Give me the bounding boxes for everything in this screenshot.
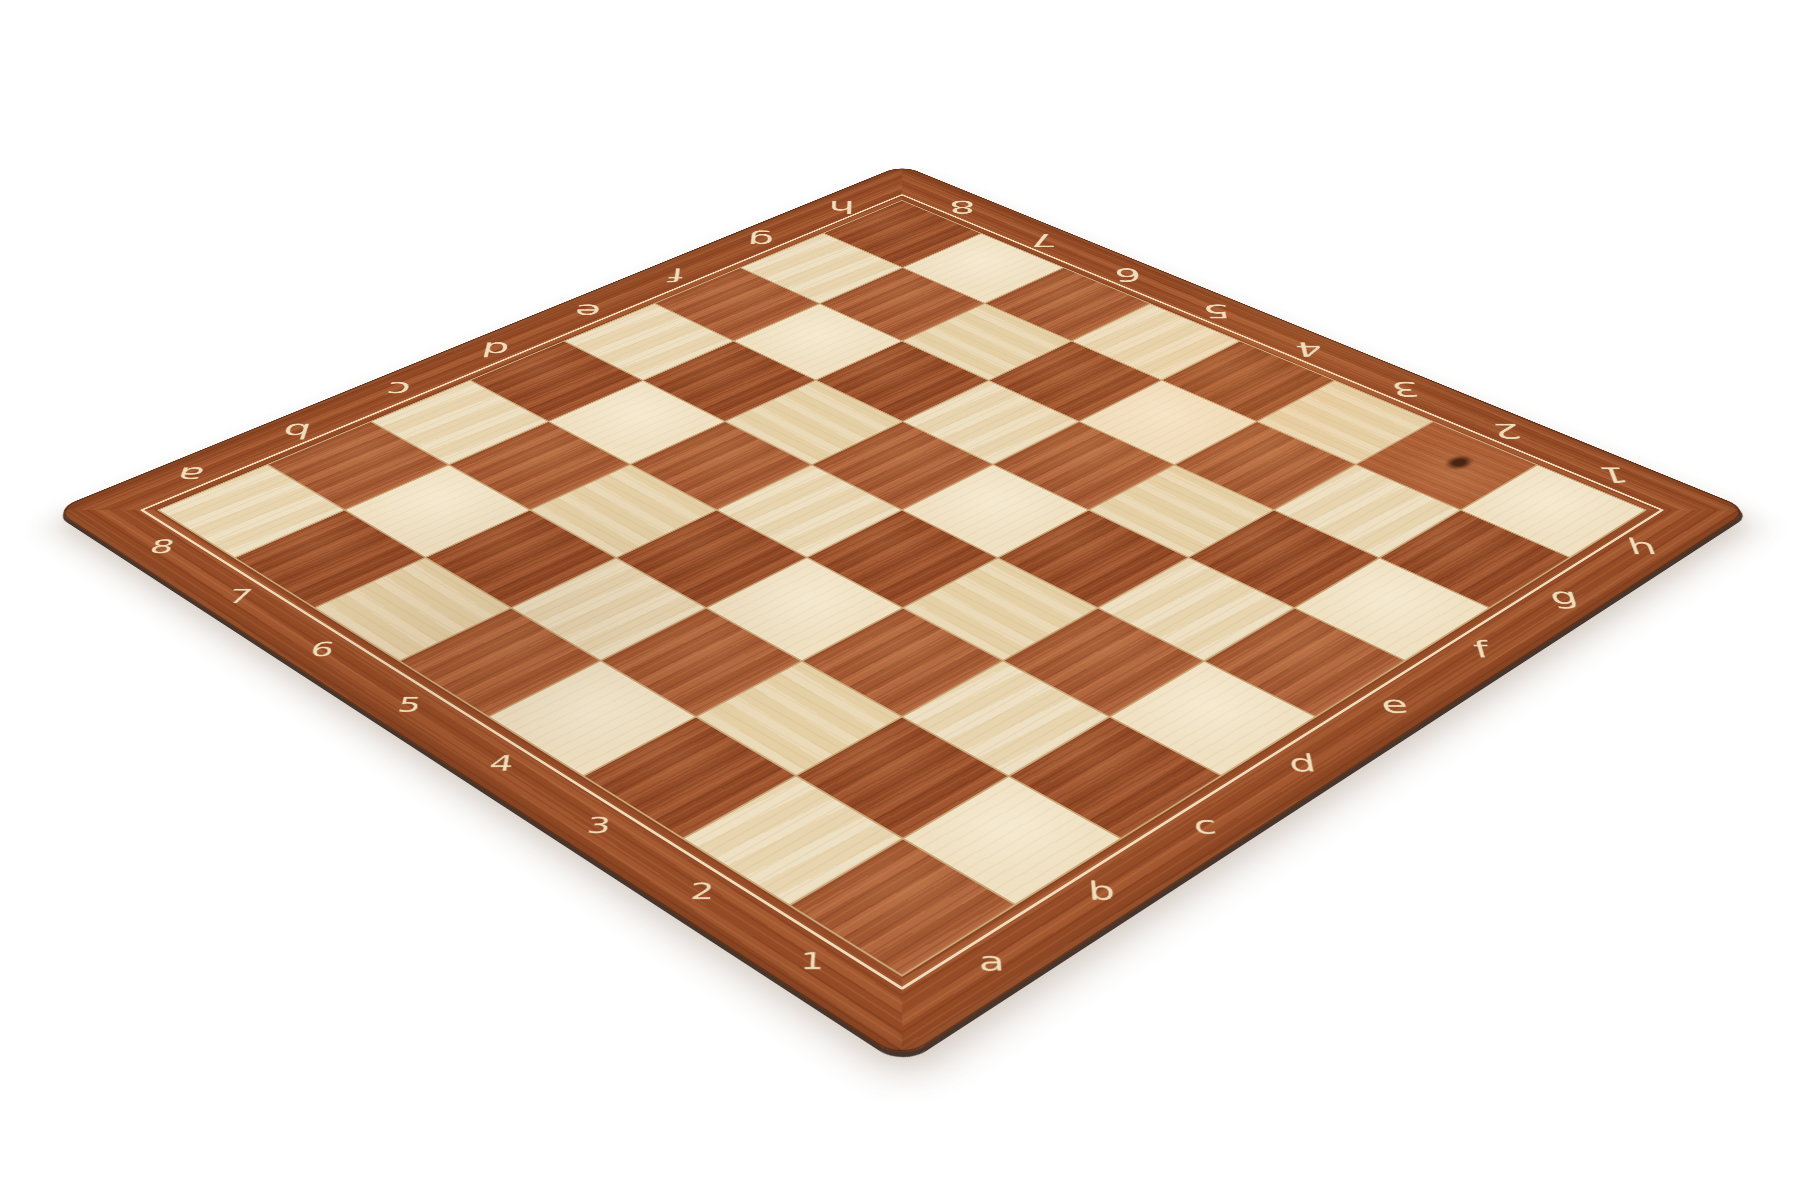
perspective-scene: 8765432187654321abcdefghabcdefgh [53, 165, 1750, 1061]
product-photo-background: 8765432187654321abcdefghabcdefgh [0, 0, 1807, 1200]
board-grid [157, 200, 1648, 977]
chessboard: 8765432187654321abcdefghabcdefgh [53, 165, 1750, 1061]
